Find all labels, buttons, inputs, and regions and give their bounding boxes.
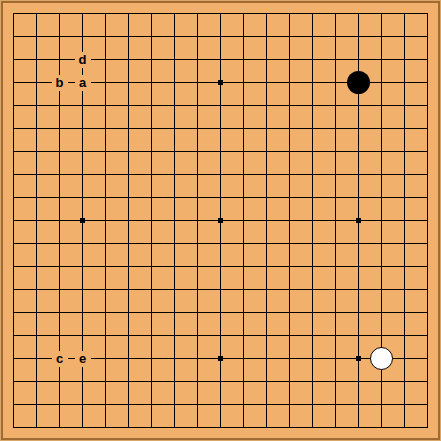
intersection-S6 <box>393 301 416 324</box>
intersection-R2 <box>370 393 393 416</box>
intersection-Q16 <box>347 71 370 94</box>
intersection-J19 <box>186 2 209 25</box>
intersection-H4 <box>163 347 186 370</box>
intersection-K12 <box>209 163 232 186</box>
intersection-T3 <box>416 370 439 393</box>
intersection-M11 <box>255 186 278 209</box>
intersection-F5 <box>117 324 140 347</box>
intersection-Q17 <box>347 48 370 71</box>
intersection-S10 <box>393 209 416 232</box>
intersection-H8 <box>163 255 186 278</box>
intersection-F8 <box>117 255 140 278</box>
intersection-K1 <box>209 416 232 439</box>
star-point-Q4 <box>356 356 361 361</box>
intersection-F11 <box>117 186 140 209</box>
intersection-T6 <box>416 301 439 324</box>
intersection-P13 <box>324 140 347 163</box>
intersection-P15 <box>324 94 347 117</box>
intersection-G3 <box>140 370 163 393</box>
intersection-G11 <box>140 186 163 209</box>
intersection-R11 <box>370 186 393 209</box>
intersection-B10 <box>25 209 48 232</box>
intersection-B11 <box>25 186 48 209</box>
intersection-G4 <box>140 347 163 370</box>
intersection-J10 <box>186 209 209 232</box>
intersection-F6 <box>117 301 140 324</box>
intersection-B9 <box>25 232 48 255</box>
intersection-S13 <box>393 140 416 163</box>
intersection-O5 <box>301 324 324 347</box>
intersection-C13 <box>48 140 71 163</box>
intersection-O8 <box>301 255 324 278</box>
label-d: d <box>75 52 91 68</box>
intersection-A7 <box>2 278 25 301</box>
intersection-F3 <box>117 370 140 393</box>
intersection-J2 <box>186 393 209 416</box>
intersection-P18 <box>324 25 347 48</box>
intersection-N10 <box>278 209 301 232</box>
star-point-D10 <box>80 218 85 223</box>
go-board: dbace <box>2 2 439 439</box>
intersection-A8 <box>2 255 25 278</box>
intersection-C5 <box>48 324 71 347</box>
intersection-K4 <box>209 347 232 370</box>
intersection-T10 <box>416 209 439 232</box>
star-point-K4 <box>218 356 223 361</box>
intersection-R19 <box>370 2 393 25</box>
intersection-N11 <box>278 186 301 209</box>
intersection-H11 <box>163 186 186 209</box>
intersection-K17 <box>209 48 232 71</box>
intersection-H12 <box>163 163 186 186</box>
intersection-N16 <box>278 71 301 94</box>
intersection-T4 <box>416 347 439 370</box>
intersection-D1 <box>71 416 94 439</box>
intersection-E2 <box>94 393 117 416</box>
intersection-M10 <box>255 209 278 232</box>
intersection-J4 <box>186 347 209 370</box>
intersection-T13 <box>416 140 439 163</box>
intersection-N19 <box>278 2 301 25</box>
intersection-B18 <box>25 25 48 48</box>
intersection-M15 <box>255 94 278 117</box>
intersection-F14 <box>117 117 140 140</box>
intersection-A14 <box>2 117 25 140</box>
intersection-K18 <box>209 25 232 48</box>
intersection-K3 <box>209 370 232 393</box>
intersection-S4 <box>393 347 416 370</box>
intersection-T18 <box>416 25 439 48</box>
intersection-O9 <box>301 232 324 255</box>
intersection-S7 <box>393 278 416 301</box>
intersection-D17: d <box>71 48 94 71</box>
intersection-L1 <box>232 416 255 439</box>
intersection-F1 <box>117 416 140 439</box>
intersection-C18 <box>48 25 71 48</box>
intersection-B6 <box>25 301 48 324</box>
intersection-B1 <box>25 416 48 439</box>
intersection-M19 <box>255 2 278 25</box>
intersection-S14 <box>393 117 416 140</box>
intersection-J15 <box>186 94 209 117</box>
intersection-D6 <box>71 301 94 324</box>
intersection-C9 <box>48 232 71 255</box>
intersection-B12 <box>25 163 48 186</box>
intersection-F17 <box>117 48 140 71</box>
intersection-R13 <box>370 140 393 163</box>
intersection-N17 <box>278 48 301 71</box>
intersection-Q12 <box>347 163 370 186</box>
intersection-B13 <box>25 140 48 163</box>
intersection-R9 <box>370 232 393 255</box>
intersection-S9 <box>393 232 416 255</box>
intersection-P16 <box>324 71 347 94</box>
intersection-H9 <box>163 232 186 255</box>
intersection-H5 <box>163 324 186 347</box>
intersection-O3 <box>301 370 324 393</box>
intersection-Q7 <box>347 278 370 301</box>
intersection-S2 <box>393 393 416 416</box>
intersection-H6 <box>163 301 186 324</box>
intersection-Q4 <box>347 347 370 370</box>
intersection-Q18 <box>347 25 370 48</box>
intersection-P1 <box>324 416 347 439</box>
intersection-J6 <box>186 301 209 324</box>
intersection-N8 <box>278 255 301 278</box>
intersection-A10 <box>2 209 25 232</box>
intersection-A17 <box>2 48 25 71</box>
label-e: e <box>75 351 91 367</box>
intersection-E1 <box>94 416 117 439</box>
intersection-D19 <box>71 2 94 25</box>
intersection-C6 <box>48 301 71 324</box>
intersection-E16 <box>94 71 117 94</box>
intersection-E6 <box>94 301 117 324</box>
intersection-L14 <box>232 117 255 140</box>
intersection-O1 <box>301 416 324 439</box>
intersection-M8 <box>255 255 278 278</box>
intersection-G17 <box>140 48 163 71</box>
intersection-B8 <box>25 255 48 278</box>
intersection-H13 <box>163 140 186 163</box>
intersection-L9 <box>232 232 255 255</box>
intersection-L6 <box>232 301 255 324</box>
intersection-G18 <box>140 25 163 48</box>
intersection-K7 <box>209 278 232 301</box>
intersection-L12 <box>232 163 255 186</box>
intersection-P5 <box>324 324 347 347</box>
intersection-P12 <box>324 163 347 186</box>
intersection-T19 <box>416 2 439 25</box>
intersection-R16 <box>370 71 393 94</box>
intersection-P9 <box>324 232 347 255</box>
intersection-D15 <box>71 94 94 117</box>
intersection-D7 <box>71 278 94 301</box>
intersection-E3 <box>94 370 117 393</box>
intersection-N5 <box>278 324 301 347</box>
intersection-K2 <box>209 393 232 416</box>
intersection-P17 <box>324 48 347 71</box>
intersection-D14 <box>71 117 94 140</box>
intersection-O13 <box>301 140 324 163</box>
intersection-O19 <box>301 2 324 25</box>
intersection-C16: b <box>48 71 71 94</box>
intersection-N12 <box>278 163 301 186</box>
star-point-K16 <box>218 80 223 85</box>
intersection-D16: a <box>71 71 94 94</box>
intersection-L2 <box>232 393 255 416</box>
intersection-H17 <box>163 48 186 71</box>
intersection-F7 <box>117 278 140 301</box>
intersection-M5 <box>255 324 278 347</box>
intersection-C8 <box>48 255 71 278</box>
intersection-M16 <box>255 71 278 94</box>
intersection-K8 <box>209 255 232 278</box>
intersection-P10 <box>324 209 347 232</box>
intersection-K14 <box>209 117 232 140</box>
intersection-J9 <box>186 232 209 255</box>
intersection-G19 <box>140 2 163 25</box>
intersection-T1 <box>416 416 439 439</box>
intersection-O15 <box>301 94 324 117</box>
intersection-R8 <box>370 255 393 278</box>
intersection-Q3 <box>347 370 370 393</box>
intersection-Q19 <box>347 2 370 25</box>
intersection-S17 <box>393 48 416 71</box>
intersection-G8 <box>140 255 163 278</box>
label-b: b <box>52 75 68 91</box>
intersection-N1 <box>278 416 301 439</box>
intersection-D18 <box>71 25 94 48</box>
go-board-diagram: dbace <box>0 0 441 441</box>
intersection-A19 <box>2 2 25 25</box>
intersection-F9 <box>117 232 140 255</box>
intersection-C14 <box>48 117 71 140</box>
intersection-H10 <box>163 209 186 232</box>
intersection-Q5 <box>347 324 370 347</box>
intersection-H1 <box>163 416 186 439</box>
intersection-C7 <box>48 278 71 301</box>
intersection-G16 <box>140 71 163 94</box>
intersection-Q10 <box>347 209 370 232</box>
intersection-G14 <box>140 117 163 140</box>
intersection-P4 <box>324 347 347 370</box>
intersection-E9 <box>94 232 117 255</box>
intersection-H18 <box>163 25 186 48</box>
intersection-R17 <box>370 48 393 71</box>
intersection-A4 <box>2 347 25 370</box>
intersection-T11 <box>416 186 439 209</box>
intersection-F12 <box>117 163 140 186</box>
intersection-C3 <box>48 370 71 393</box>
intersection-P14 <box>324 117 347 140</box>
intersection-T12 <box>416 163 439 186</box>
intersection-G6 <box>140 301 163 324</box>
intersection-O6 <box>301 301 324 324</box>
intersection-Q1 <box>347 416 370 439</box>
intersection-B14 <box>25 117 48 140</box>
intersection-N4 <box>278 347 301 370</box>
intersection-L10 <box>232 209 255 232</box>
intersection-T14 <box>416 117 439 140</box>
intersection-D12 <box>71 163 94 186</box>
intersection-T17 <box>416 48 439 71</box>
intersection-D11 <box>71 186 94 209</box>
intersection-E15 <box>94 94 117 117</box>
intersection-A15 <box>2 94 25 117</box>
intersection-T16 <box>416 71 439 94</box>
intersection-G10 <box>140 209 163 232</box>
intersection-G9 <box>140 232 163 255</box>
intersection-E4 <box>94 347 117 370</box>
intersection-B2 <box>25 393 48 416</box>
intersection-B19 <box>25 2 48 25</box>
intersection-F13 <box>117 140 140 163</box>
intersection-S1 <box>393 416 416 439</box>
intersection-Q2 <box>347 393 370 416</box>
intersection-T7 <box>416 278 439 301</box>
intersection-M18 <box>255 25 278 48</box>
intersection-J3 <box>186 370 209 393</box>
intersection-J14 <box>186 117 209 140</box>
intersection-K11 <box>209 186 232 209</box>
intersection-G5 <box>140 324 163 347</box>
intersection-S12 <box>393 163 416 186</box>
intersection-A16 <box>2 71 25 94</box>
intersection-A9 <box>2 232 25 255</box>
intersection-S3 <box>393 370 416 393</box>
intersection-E10 <box>94 209 117 232</box>
intersection-H7 <box>163 278 186 301</box>
intersection-Q15 <box>347 94 370 117</box>
intersection-F19 <box>117 2 140 25</box>
intersection-O10 <box>301 209 324 232</box>
intersection-A13 <box>2 140 25 163</box>
intersection-B17 <box>25 48 48 71</box>
intersection-E19 <box>94 2 117 25</box>
intersection-J5 <box>186 324 209 347</box>
intersection-C17 <box>48 48 71 71</box>
intersection-B5 <box>25 324 48 347</box>
intersection-M12 <box>255 163 278 186</box>
intersection-A2 <box>2 393 25 416</box>
intersection-H2 <box>163 393 186 416</box>
intersection-O16 <box>301 71 324 94</box>
intersection-J1 <box>186 416 209 439</box>
intersection-G7 <box>140 278 163 301</box>
intersection-L8 <box>232 255 255 278</box>
intersection-L7 <box>232 278 255 301</box>
intersection-H19 <box>163 2 186 25</box>
intersection-L16 <box>232 71 255 94</box>
intersection-M14 <box>255 117 278 140</box>
intersection-P6 <box>324 301 347 324</box>
intersection-K6 <box>209 301 232 324</box>
intersection-P19 <box>324 2 347 25</box>
intersection-K16 <box>209 71 232 94</box>
intersection-R6 <box>370 301 393 324</box>
intersection-S19 <box>393 2 416 25</box>
intersection-G12 <box>140 163 163 186</box>
intersection-K5 <box>209 324 232 347</box>
intersection-B3 <box>25 370 48 393</box>
intersection-M7 <box>255 278 278 301</box>
intersection-L5 <box>232 324 255 347</box>
intersection-C19 <box>48 2 71 25</box>
intersection-Q11 <box>347 186 370 209</box>
intersection-R4 <box>370 347 393 370</box>
intersection-L17 <box>232 48 255 71</box>
intersection-N7 <box>278 278 301 301</box>
intersection-N13 <box>278 140 301 163</box>
intersection-T8 <box>416 255 439 278</box>
intersection-Q14 <box>347 117 370 140</box>
star-point-K10 <box>218 218 223 223</box>
intersection-O17 <box>301 48 324 71</box>
intersection-S5 <box>393 324 416 347</box>
intersection-E18 <box>94 25 117 48</box>
intersection-O2 <box>301 393 324 416</box>
intersection-R5 <box>370 324 393 347</box>
intersection-J13 <box>186 140 209 163</box>
intersection-O18 <box>301 25 324 48</box>
intersection-Q13 <box>347 140 370 163</box>
intersection-D10 <box>71 209 94 232</box>
intersection-D3 <box>71 370 94 393</box>
intersection-F2 <box>117 393 140 416</box>
intersection-A1 <box>2 416 25 439</box>
intersection-F16 <box>117 71 140 94</box>
intersection-E8 <box>94 255 117 278</box>
intersection-R10 <box>370 209 393 232</box>
intersection-A5 <box>2 324 25 347</box>
intersection-N6 <box>278 301 301 324</box>
intersection-J18 <box>186 25 209 48</box>
intersection-C10 <box>48 209 71 232</box>
intersection-N9 <box>278 232 301 255</box>
intersection-B16 <box>25 71 48 94</box>
intersection-O14 <box>301 117 324 140</box>
intersection-J12 <box>186 163 209 186</box>
intersection-L15 <box>232 94 255 117</box>
intersection-A3 <box>2 370 25 393</box>
intersection-O4 <box>301 347 324 370</box>
intersection-P2 <box>324 393 347 416</box>
intersection-M13 <box>255 140 278 163</box>
intersection-S15 <box>393 94 416 117</box>
intersection-T15 <box>416 94 439 117</box>
intersection-A12 <box>2 163 25 186</box>
intersection-N14 <box>278 117 301 140</box>
intersection-L13 <box>232 140 255 163</box>
intersection-D5 <box>71 324 94 347</box>
intersection-N18 <box>278 25 301 48</box>
intersection-S11 <box>393 186 416 209</box>
intersection-M2 <box>255 393 278 416</box>
intersection-F18 <box>117 25 140 48</box>
intersection-N3 <box>278 370 301 393</box>
label-c: c <box>52 351 68 367</box>
intersection-S16 <box>393 71 416 94</box>
intersection-E5 <box>94 324 117 347</box>
intersection-A11 <box>2 186 25 209</box>
intersection-N15 <box>278 94 301 117</box>
intersection-M17 <box>255 48 278 71</box>
intersection-C1 <box>48 416 71 439</box>
intersection-M4 <box>255 347 278 370</box>
intersection-L11 <box>232 186 255 209</box>
intersection-R18 <box>370 25 393 48</box>
